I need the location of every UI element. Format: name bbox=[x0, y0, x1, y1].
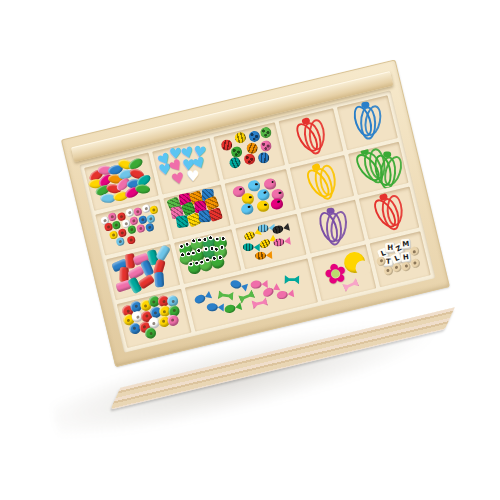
bead-cord bbox=[318, 206, 349, 247]
bead-box-grid: ♥♥♥♥♥♥♥♥♥♥✿LHZMTLH bbox=[79, 90, 435, 352]
bead-wood bbox=[391, 262, 402, 273]
compartment-r1c2: ♥♥♥♥♥♥♥♥♥♥ bbox=[152, 138, 220, 195]
compartment-r3c5 bbox=[359, 186, 419, 239]
bead-bfly bbox=[208, 207, 223, 222]
bead-donut bbox=[127, 225, 137, 235]
compartment-r2c4 bbox=[290, 155, 354, 208]
bead-bird bbox=[239, 202, 254, 216]
bead-cord bbox=[352, 101, 382, 141]
bead-candy bbox=[284, 275, 299, 284]
bead-candy bbox=[218, 290, 234, 301]
bead-bugs bbox=[258, 152, 270, 164]
bead-bugs bbox=[227, 155, 242, 170]
bead-donut bbox=[146, 214, 156, 224]
bead-fish bbox=[276, 288, 294, 300]
bead-bugd bbox=[259, 126, 272, 139]
bead-wood bbox=[410, 258, 421, 269]
compartment-r1c5 bbox=[337, 95, 398, 150]
bead-donut bbox=[136, 224, 146, 234]
bead-donut bbox=[149, 205, 159, 215]
bead-bugs bbox=[234, 130, 248, 144]
bead-donut bbox=[116, 237, 126, 247]
compartment-r4c4: ✿ bbox=[312, 245, 377, 302]
bead-bugd bbox=[260, 140, 273, 153]
bead-donut bbox=[145, 223, 155, 233]
compartment-r3c4 bbox=[301, 199, 365, 253]
bead-sfish bbox=[255, 250, 273, 261]
compartment-r4c5: LHZMTLH bbox=[370, 231, 431, 287]
bead-bird bbox=[256, 201, 268, 212]
bead-cord bbox=[374, 151, 400, 189]
bead-donut bbox=[126, 235, 136, 245]
box-face-frame: ♥♥♥♥♥♥♥♥♥♥✿LHZMTLH bbox=[61, 59, 450, 367]
bead-bugs bbox=[246, 141, 259, 154]
bead-cord bbox=[293, 114, 330, 158]
bead-bugd bbox=[243, 153, 256, 166]
bead-sfish bbox=[272, 235, 290, 247]
bead-donut bbox=[112, 220, 122, 230]
bead-bird bbox=[248, 180, 261, 192]
bead-round bbox=[144, 326, 157, 339]
bead-cyl bbox=[138, 274, 155, 290]
compartment-r2c5 bbox=[348, 142, 408, 194]
bead-cord bbox=[370, 190, 407, 234]
bead-fish bbox=[223, 301, 242, 315]
bead-cord bbox=[303, 160, 341, 205]
bead-donut bbox=[129, 216, 139, 226]
wooden-bead-box: ♥♥♥♥♥♥♥♥♥♥✿LHZMTLH bbox=[61, 59, 455, 388]
compartment-r1c4 bbox=[279, 108, 344, 164]
bead-heart: ♥ bbox=[186, 169, 200, 184]
bead-fish bbox=[207, 302, 224, 312]
compartment-r4c1 bbox=[117, 289, 192, 348]
product-photo-stage: ♥♥♥♥♥♥♥♥♥♥✿LHZMTLH bbox=[0, 0, 500, 500]
bead-donut bbox=[138, 215, 148, 225]
bead-fish bbox=[229, 278, 248, 292]
bead-cyl bbox=[155, 272, 165, 288]
